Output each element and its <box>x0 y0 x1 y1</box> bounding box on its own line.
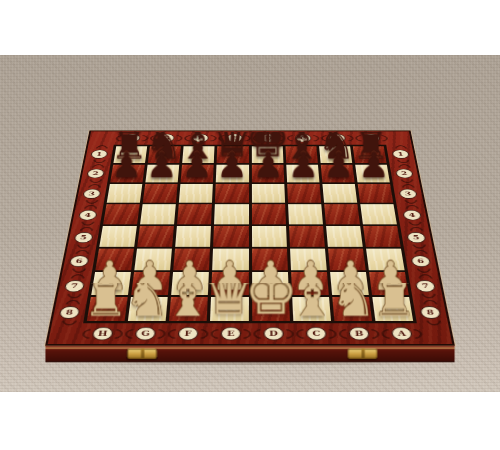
square-a5[interactable] <box>363 226 401 247</box>
coordinate-medallion: H <box>92 327 114 340</box>
square-b8[interactable]: ♞ <box>332 297 372 321</box>
square-f5[interactable] <box>175 226 211 247</box>
square-b2[interactable]: ♟ <box>321 165 355 183</box>
scene: HGFEDCBA HGFEDCBA 12345678 12345678 ♜♞♝♛… <box>0 55 500 392</box>
square-g4[interactable] <box>140 205 176 225</box>
square-d5[interactable] <box>252 226 287 247</box>
coordinate-medallion: 4 <box>78 210 98 220</box>
rank-label-3: 3 <box>76 183 107 204</box>
coordinate-medallion: 3 <box>399 189 418 199</box>
coordinate-medallion: G <box>135 327 157 340</box>
rank-label-3: 3 <box>393 183 424 204</box>
box-front-edge <box>45 344 454 362</box>
coordinate-medallion: 3 <box>82 189 101 199</box>
chess-board: HGFEDCBA HGFEDCBA 12345678 12345678 ♜♞♝♛… <box>45 130 455 345</box>
square-b5[interactable] <box>326 226 363 247</box>
coordinate-medallion: 8 <box>58 306 80 319</box>
coordinate-medallion: F <box>178 327 199 340</box>
rank-label-4: 4 <box>396 204 428 226</box>
coordinate-medallion: D <box>263 327 284 340</box>
square-b3[interactable] <box>322 184 357 203</box>
coordinate-medallion: 8 <box>419 306 441 319</box>
letterbox-top <box>0 0 500 55</box>
coordinate-medallion: 2 <box>395 169 414 178</box>
coordinate-medallion: A <box>391 327 413 340</box>
coordinate-medallion: 2 <box>86 169 105 178</box>
square-e3[interactable] <box>215 184 248 203</box>
square-h3[interactable] <box>107 184 143 203</box>
square-b4[interactable] <box>324 205 360 225</box>
brass-hinge-right-icon <box>348 349 378 359</box>
file-label-f: F <box>166 323 210 344</box>
square-h4[interactable] <box>103 205 140 225</box>
square-e5[interactable] <box>213 226 248 247</box>
file-label-d: D <box>252 323 295 344</box>
square-f4[interactable] <box>177 205 212 225</box>
square-a4[interactable] <box>360 205 397 225</box>
piece-dark-pawn[interactable]: ♟ <box>352 150 396 182</box>
board-frame: HGFEDCBA HGFEDCBA 12345678 12345678 ♜♞♝♛… <box>45 130 455 345</box>
coordinate-medallion: B <box>348 327 370 340</box>
board-grid: ♜♞♝♛♚♝♞♜♟♟♟♟♟♟♟♟♟♟♟♟♟♟♟♟♜♞♝♛♚♝♞♜ <box>83 145 417 323</box>
file-label-h: H <box>80 323 126 344</box>
coordinate-medallion: 5 <box>406 232 426 243</box>
square-e2[interactable]: ♟ <box>216 165 248 183</box>
coordinate-medallion: E <box>221 327 241 340</box>
square-a3[interactable] <box>358 184 394 203</box>
square-d8[interactable]: ♚ <box>252 297 290 321</box>
coordinate-medallion: 5 <box>73 232 93 243</box>
file-label-e: E <box>209 323 252 344</box>
square-e8[interactable]: ♛ <box>210 297 248 321</box>
square-h5[interactable] <box>99 226 137 247</box>
square-c3[interactable] <box>287 184 321 203</box>
square-f3[interactable] <box>179 184 213 203</box>
coordinate-medallion: 4 <box>402 210 422 220</box>
square-a8[interactable]: ♜ <box>372 297 413 321</box>
piece-light-rook[interactable]: ♜ <box>369 283 420 321</box>
square-g5[interactable] <box>137 226 174 247</box>
square-d4[interactable] <box>251 205 285 225</box>
square-d3[interactable] <box>251 184 284 203</box>
file-label-g: G <box>123 323 168 344</box>
rank-label-5: 5 <box>67 226 100 249</box>
square-d2[interactable]: ♟ <box>251 165 283 183</box>
file-label-a: A <box>379 323 425 344</box>
brass-hinge-left-icon <box>127 349 157 359</box>
letterbox-bottom <box>0 392 500 450</box>
square-c2[interactable]: ♟ <box>286 165 319 183</box>
file-labels-bottom: HGFEDCBA <box>80 323 425 344</box>
rank-label-5: 5 <box>400 226 433 249</box>
file-label-c: C <box>295 323 339 344</box>
square-g3[interactable] <box>143 184 178 203</box>
coordinate-medallion: C <box>306 327 327 340</box>
square-c8[interactable]: ♝ <box>292 297 331 321</box>
file-label-b: B <box>337 323 382 344</box>
fabric-backdrop: HGFEDCBA HGFEDCBA 12345678 12345678 ♜♞♝♛… <box>0 55 500 392</box>
square-c4[interactable] <box>288 205 323 225</box>
square-c5[interactable] <box>289 226 325 247</box>
square-e4[interactable] <box>214 205 248 225</box>
square-a2[interactable]: ♟ <box>355 165 390 183</box>
rank-label-4: 4 <box>72 204 104 226</box>
